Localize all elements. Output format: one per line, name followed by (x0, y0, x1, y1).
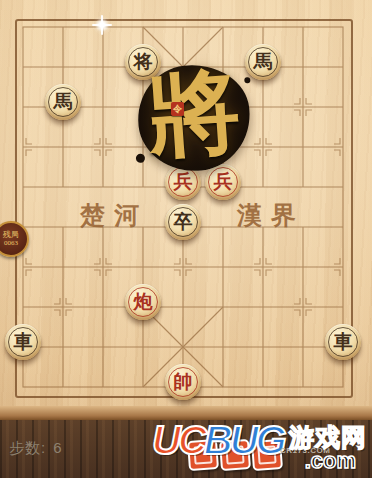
watermark-ucbug-logo: UCBUG (152, 420, 284, 460)
piece-glyph: 車 (14, 332, 33, 351)
watermark-site-name: 游戏网 (289, 425, 367, 450)
move-counter-value: 6 (53, 439, 62, 456)
river-label-chu-he: 楚河 (80, 203, 148, 229)
check-announcement-text: 將 (145, 65, 243, 163)
piece-glyph: 炮 (134, 292, 153, 311)
sparkle-effect (91, 14, 113, 36)
piece-glyph: 兵 (214, 172, 233, 191)
badge-number: 0063 (0, 239, 27, 247)
move-counter-label: 步数: (9, 439, 46, 456)
piece-炮-red[interactable]: 炮 (125, 284, 161, 320)
piece-兵-red[interactable]: 兵 (205, 164, 241, 200)
board-surface (0, 0, 372, 406)
piece-車-black[interactable]: 車 (5, 324, 41, 360)
piece-帥-red[interactable]: 帥 (165, 364, 201, 400)
badge-title: 残局 (0, 230, 27, 239)
piece-glyph: 兵 (174, 172, 193, 191)
move-counter: 步数:6 (9, 439, 63, 458)
xiangqi-game-screen: 楚河 漢界 残局 0063 将馬馬兵兵卒炮車車帥 將 令 步数:6 UCBUG … (0, 0, 372, 478)
piece-glyph: 馬 (254, 52, 273, 71)
piece-卒-black[interactable]: 卒 (165, 204, 201, 240)
check-seal-stamp: 令 (171, 102, 184, 116)
piece-glyph: 卒 (174, 212, 193, 231)
watermark-bug: BUG (204, 418, 284, 462)
watermark-uc: UC (152, 418, 204, 462)
watermark: UCBUG 游戏网 CR173.COM .com (146, 416, 372, 478)
piece-馬-black[interactable]: 馬 (45, 84, 81, 120)
piece-glyph: 車 (334, 332, 353, 351)
watermark-dotcom: .com (305, 450, 356, 472)
piece-馬-black[interactable]: 馬 (245, 44, 281, 80)
piece-車-black[interactable]: 車 (325, 324, 361, 360)
piece-glyph: 馬 (54, 92, 73, 111)
piece-glyph: 帥 (174, 372, 193, 391)
river-label-han-jie: 漢界 (237, 203, 305, 229)
